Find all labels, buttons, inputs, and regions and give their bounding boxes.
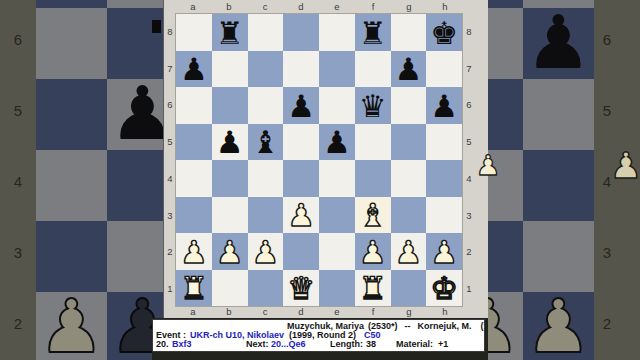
file-label-e: e [319, 306, 355, 318]
background-rank-label-2: 2 [9, 315, 27, 332]
background-square [36, 8, 107, 79]
game-info-panel: Muzychuk, Mariya(2530*)--Kornejuk, M.(1-… [152, 319, 485, 352]
square-e5[interactable]: ♟ [319, 124, 355, 161]
file-label-g: g [391, 1, 427, 13]
square-b4[interactable] [212, 160, 248, 197]
background-board-left: 65432♟♟♟ [0, 0, 163, 360]
square-f1[interactable]: ♜ [355, 270, 391, 307]
square-f6[interactable]: ♛ [355, 87, 391, 124]
background-rank-label-5: 5 [598, 102, 616, 119]
square-e4[interactable] [319, 160, 355, 197]
length-value: 38 [366, 339, 376, 349]
length-label: Length: [330, 339, 363, 349]
square-b5[interactable]: ♟ [212, 124, 248, 161]
square-h2[interactable]: ♟ [426, 233, 462, 270]
square-d4[interactable] [283, 160, 319, 197]
square-c5[interactable]: ♝ [248, 124, 284, 161]
square-a7[interactable]: ♟ [176, 51, 212, 88]
square-g5[interactable] [391, 124, 427, 161]
background-square [36, 0, 107, 8]
background-square [488, 0, 523, 8]
square-b7[interactable] [212, 51, 248, 88]
file-label-h: h [427, 306, 463, 318]
black-player-name: Kornejuk, M. [418, 321, 472, 331]
piece-white-queen: ♛ [287, 271, 315, 304]
square-a2[interactable]: ♟ [176, 233, 212, 270]
square-f2[interactable]: ♟ [355, 233, 391, 270]
background-rank-label-2: 2 [598, 315, 616, 332]
piece-black-queen: ♛ [359, 89, 387, 122]
square-h8[interactable]: ♚ [426, 14, 462, 51]
file-label-e: e [319, 1, 355, 13]
square-d1[interactable]: ♛ [283, 270, 319, 307]
chess-viewer-screen: 65432♟♟♟ 65432♟♟♟♟ abcdefgh 87654321 ♜♜♚… [0, 0, 640, 360]
square-e2[interactable] [319, 233, 355, 270]
side-to-move-indicator [152, 20, 161, 33]
piece-white-rook: ♜ [180, 271, 208, 304]
background-piece-black-pawn: ♟ [109, 76, 163, 150]
square-a4[interactable] [176, 160, 212, 197]
background-piece-black-pawn: ♟ [525, 5, 591, 79]
rank-label-1: 1 [463, 270, 475, 307]
piece-black-pawn: ♟ [180, 52, 208, 85]
square-a1[interactable]: ♜ [176, 270, 212, 307]
background-piece-white-pawn-dim: ♟ [525, 289, 591, 360]
background-square [488, 8, 523, 79]
square-c8[interactable] [248, 14, 284, 51]
piece-black-pawn: ♟ [430, 89, 458, 122]
background-square [488, 221, 523, 292]
square-d8[interactable] [283, 14, 319, 51]
background-rank-label-5: 5 [9, 102, 27, 119]
piece-white-bishop: ♝ [359, 198, 387, 231]
square-g7[interactable]: ♟ [391, 51, 427, 88]
background-square [523, 79, 594, 150]
square-c7[interactable] [248, 51, 284, 88]
square-f7[interactable] [355, 51, 391, 88]
file-label-f: f [355, 306, 391, 318]
square-h1[interactable]: ♚ [426, 270, 462, 307]
rank-label-6: 6 [463, 87, 475, 124]
square-d6[interactable]: ♟ [283, 87, 319, 124]
square-g1[interactable] [391, 270, 427, 307]
square-c2[interactable]: ♟ [248, 233, 284, 270]
square-h4[interactable] [426, 160, 462, 197]
background-rank-label-3: 3 [9, 244, 27, 261]
piece-white-pawn: ♟ [394, 235, 422, 268]
move-line: 20. Bxf3 Next: 20...Qe6 Length: 38 Mater… [153, 339, 483, 349]
file-labels-bottom: abcdefgh [175, 306, 463, 318]
piece-white-pawn: ♟ [251, 235, 279, 268]
background-piece-white-pawn-dim: ♟ [488, 289, 521, 360]
square-a6[interactable] [176, 87, 212, 124]
move-number: 20. [156, 339, 169, 349]
file-label-d: d [283, 1, 319, 13]
background-square [107, 150, 163, 221]
piece-black-pawn: ♟ [394, 52, 422, 85]
square-c1[interactable] [248, 270, 284, 307]
square-e7[interactable] [319, 51, 355, 88]
file-label-a: a [175, 1, 211, 13]
square-c4[interactable] [248, 160, 284, 197]
square-e3[interactable] [319, 197, 355, 234]
square-g4[interactable] [391, 160, 427, 197]
square-h3[interactable] [426, 197, 462, 234]
square-e6[interactable] [319, 87, 355, 124]
square-c3[interactable] [248, 197, 284, 234]
background-square [36, 79, 107, 150]
file-label-a: a [175, 306, 211, 318]
background-piece-white-pawn-dim: ♟ [38, 289, 104, 360]
next-move-link[interactable]: 20...Qe6 [271, 339, 306, 349]
file-label-c: c [247, 1, 283, 13]
background-square [36, 150, 107, 221]
square-d2[interactable] [283, 233, 319, 270]
last-move-link[interactable]: Bxf3 [172, 339, 192, 349]
file-label-g: g [391, 306, 427, 318]
rank-label-7: 7 [463, 50, 475, 87]
square-d7[interactable] [283, 51, 319, 88]
file-label-h: h [427, 1, 463, 13]
square-h5[interactable] [426, 124, 462, 161]
square-f3[interactable]: ♝ [355, 197, 391, 234]
file-label-b: b [211, 306, 247, 318]
piece-black-bishop: ♝ [251, 125, 279, 158]
piece-white-rook: ♜ [359, 271, 387, 304]
piece-black-pawn: ♟ [216, 125, 244, 158]
rank-label-8: 8 [463, 13, 475, 50]
piece-white-pawn: ♟ [359, 235, 387, 268]
players-separator: -- [405, 321, 411, 331]
square-d5[interactable] [283, 124, 319, 161]
material-advantage-pawn-icon: ♟ [468, 152, 508, 180]
file-label-d: d [283, 306, 319, 318]
square-g3[interactable] [391, 197, 427, 234]
background-rank-label-6: 6 [9, 31, 27, 48]
square-b1[interactable] [212, 270, 248, 307]
background-square [107, 221, 163, 292]
piece-black-pawn: ♟ [287, 89, 315, 122]
background-square [107, 0, 163, 8]
material-value: +1 [438, 339, 448, 349]
piece-white-pawn: ♟ [180, 235, 208, 268]
piece-black-king: ♚ [430, 16, 458, 49]
background-board-right: 65432♟♟♟♟ [488, 0, 640, 360]
square-b2[interactable]: ♟ [212, 233, 248, 270]
file-label-f: f [355, 1, 391, 13]
square-h6[interactable]: ♟ [426, 87, 462, 124]
square-e1[interactable] [319, 270, 355, 307]
square-a8[interactable] [176, 14, 212, 51]
background-rank-label-3: 3 [598, 244, 616, 261]
background-square [523, 221, 594, 292]
piece-white-pawn: ♟ [287, 198, 315, 231]
square-a3[interactable] [176, 197, 212, 234]
file-label-b: b [211, 1, 247, 13]
square-g2[interactable]: ♟ [391, 233, 427, 270]
square-f4[interactable] [355, 160, 391, 197]
piece-black-rook: ♜ [216, 16, 244, 49]
square-b6[interactable] [212, 87, 248, 124]
square-c6[interactable] [248, 87, 284, 124]
square-a5[interactable] [176, 124, 212, 161]
background-square [523, 150, 594, 221]
piece-black-rook: ♜ [359, 16, 387, 49]
square-g8[interactable] [391, 14, 427, 51]
board-panel: abcdefgh 87654321 ♜♜♚♟♟♟♛♟♟♝♟♟♝♟♟♟♟♟♟♜♛♜… [163, 0, 488, 318]
background-captured-pawn-icon: ♟ [610, 148, 640, 184]
square-f5[interactable] [355, 124, 391, 161]
piece-black-pawn: ♟ [323, 125, 351, 158]
piece-white-pawn: ♟ [430, 235, 458, 268]
background-square [107, 8, 163, 79]
material-label: Material: [396, 339, 433, 349]
game-result: (1-0) [481, 321, 485, 331]
background-square [488, 79, 523, 150]
background-square [36, 221, 107, 292]
file-labels-top: abcdefgh [175, 1, 463, 13]
piece-white-pawn: ♟ [216, 235, 244, 268]
square-f8[interactable]: ♜ [355, 14, 391, 51]
square-b8[interactable]: ♜ [212, 14, 248, 51]
rank-label-2: 2 [463, 234, 475, 271]
square-e8[interactable] [319, 14, 355, 51]
square-b3[interactable] [212, 197, 248, 234]
square-h7[interactable] [426, 51, 462, 88]
rank-label-3: 3 [463, 197, 475, 234]
file-label-c: c [247, 306, 283, 318]
square-g6[interactable] [391, 87, 427, 124]
square-d3[interactable]: ♟ [283, 197, 319, 234]
chess-board: ♜♜♚♟♟♟♛♟♟♝♟♟♝♟♟♟♟♟♟♜♛♜♚ [175, 13, 463, 307]
piece-white-king: ♚ [430, 271, 458, 304]
background-rank-label-6: 6 [598, 31, 616, 48]
background-rank-label-4: 4 [9, 173, 27, 190]
next-label: Next: [246, 339, 269, 349]
